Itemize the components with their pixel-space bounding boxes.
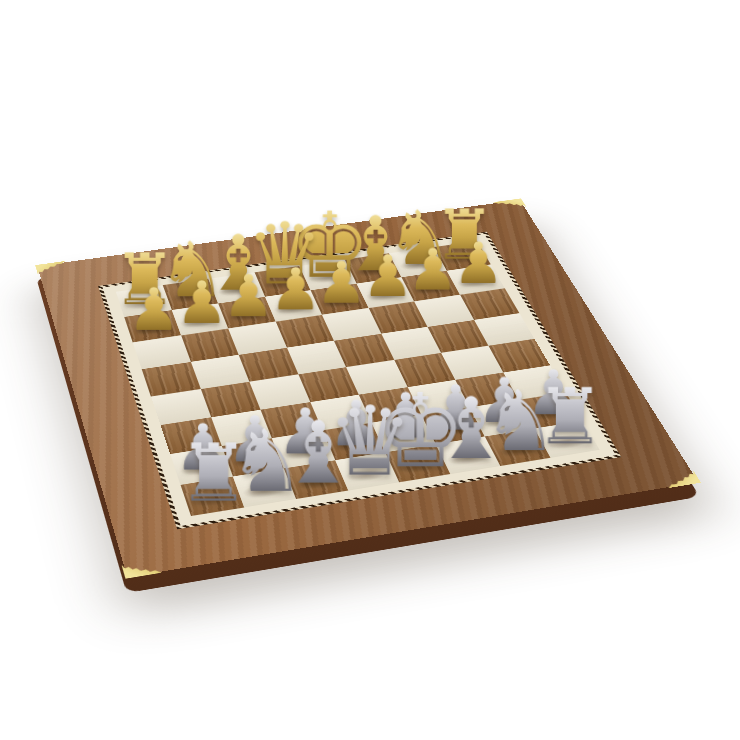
piece-anchor: ♟ (72, 319, 235, 343)
chess-board: ♜♞♝♛♚♝♞♜♟♟♟♟♟♟♟♟♟♟♟♟♟♟♟♟♜♞♝♛♚♝♞♜ (37, 200, 698, 577)
black-pawn: ♟ (71, 280, 237, 339)
white-rook: ♜ (122, 432, 306, 512)
square-a7: ♟ (124, 310, 181, 342)
square-a5 (142, 362, 201, 397)
piece-anchor: ♜ (123, 488, 303, 517)
square-g5 (427, 320, 488, 353)
photo-scene: ♜♞♝♛♚♝♞♜♟♟♟♟♟♟♟♟♟♟♟♟♟♟♟♟♜♞♝♛♚♝♞♜ (0, 0, 740, 740)
playing-area: ♜♞♝♛♚♝♞♜♟♟♟♟♟♟♟♟♟♟♟♟♟♟♟♟♜♞♝♛♚♝♞♜ (98, 232, 621, 530)
square-d5 (286, 341, 346, 375)
square-a1: ♜ (180, 476, 243, 516)
chess-grid: ♜♞♝♛♚♝♞♜♟♟♟♟♟♟♟♟♟♟♟♟♟♟♟♟♜♞♝♛♚♝♞♜ (116, 241, 600, 516)
